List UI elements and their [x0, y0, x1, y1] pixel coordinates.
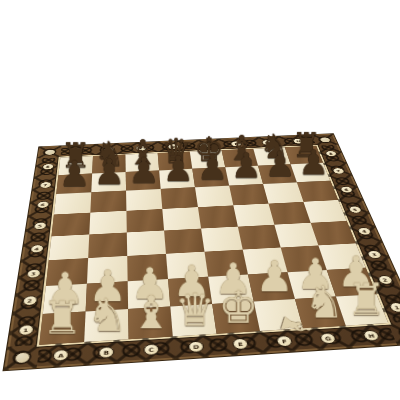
rank-label-cell-6: 6	[330, 180, 362, 201]
file-label-c: C	[143, 343, 159, 355]
rank-label-3: 3	[25, 269, 40, 279]
rank-label-cell-1: 1	[8, 314, 43, 347]
file-label-cell-a: A	[37, 342, 84, 368]
rank-label-cell-7: 7	[32, 175, 59, 195]
rank-label-4: 4	[356, 227, 372, 236]
piece-white-king[interactable]: ♚	[218, 285, 258, 330]
board-frame: ABCDEFGH 87654321 ♜♞♝♛♚♝♞♜♟♟♟♟♟♟♟♟♟♟♟♟♟♟…	[2, 133, 400, 371]
piece-white-knight[interactable]: ♞	[304, 280, 344, 324]
square-f5[interactable]	[233, 204, 274, 227]
piece-white-bishop[interactable]: ♝	[130, 290, 170, 335]
square-f6[interactable]	[229, 184, 268, 205]
piece-black-pawn[interactable]: ♟	[93, 154, 125, 189]
square-c7[interactable]: ♟	[126, 170, 161, 190]
square-d6[interactable]	[161, 187, 198, 209]
rank-label-1: 1	[387, 302, 400, 313]
file-label-cell-c: C	[129, 336, 175, 362]
square-c4[interactable]	[127, 230, 166, 255]
file-label-cell-b: B	[83, 339, 129, 365]
file-label-cell-d: D	[173, 334, 220, 360]
rank-label-cell-2: 2	[12, 286, 45, 316]
rank-label-5: 5	[33, 222, 47, 230]
square-a6[interactable]	[54, 192, 91, 214]
file-label-e: E	[232, 337, 250, 349]
piece-white-rook[interactable]: ♜	[346, 278, 386, 322]
square-g1[interactable]: ♞	[295, 297, 346, 329]
square-a1[interactable]: ♜	[39, 312, 85, 345]
square-a5[interactable]	[51, 213, 90, 237]
square-d7[interactable]: ♟	[159, 169, 195, 189]
corner-dot	[44, 149, 56, 155]
chess-board-3d: ABCDEFGH 87654321 ♜♞♝♛♚♝♞♜♟♟♟♟♟♟♟♟♟♟♟♟♟♟…	[3, 133, 400, 369]
piece-black-pawn[interactable]: ♟	[264, 147, 295, 182]
piece-white-queen[interactable]: ♛	[174, 288, 214, 333]
file-label-d: D	[188, 340, 205, 352]
rank-label-6: 6	[339, 186, 354, 193]
file-label-b: B	[98, 346, 114, 359]
rank-label-cell-6: 6	[28, 194, 56, 216]
square-f4[interactable]	[238, 225, 281, 250]
square-a7[interactable]: ♟	[56, 174, 92, 195]
square-d1[interactable]: ♛	[170, 304, 216, 337]
file-label-cell-g: G	[303, 326, 353, 351]
square-e1[interactable]: ♚	[212, 302, 260, 334]
square-g7[interactable]: ♟	[258, 164, 297, 184]
square-b4[interactable]	[88, 232, 127, 258]
corner-dot	[13, 351, 31, 364]
piece-white-pawn[interactable]: ♟	[255, 255, 293, 298]
rank-label-4: 4	[29, 244, 44, 253]
square-d5[interactable]	[162, 207, 201, 230]
rank-label-5: 5	[347, 206, 362, 214]
file-label-f: F	[275, 335, 293, 347]
square-e7[interactable]: ♟	[192, 167, 229, 187]
square-h7[interactable]: ♟	[291, 163, 331, 183]
square-b7[interactable]: ♟	[91, 172, 126, 192]
rank-label-7: 7	[331, 168, 345, 175]
rank-label-cell-5: 5	[25, 214, 54, 237]
rank-label-1: 1	[17, 324, 34, 336]
rank-label-8: 8	[41, 163, 54, 170]
rank-label-7: 7	[39, 181, 52, 188]
piece-white-rook[interactable]: ♜	[42, 295, 83, 340]
square-a4[interactable]	[49, 234, 89, 260]
square-c1[interactable]: ♝	[128, 306, 173, 339]
piece-black-pawn[interactable]: ♟	[230, 148, 261, 183]
square-e6[interactable]	[195, 186, 233, 208]
file-label-a: A	[52, 349, 69, 362]
square-g4[interactable]	[274, 223, 318, 248]
square-b6[interactable]	[90, 191, 126, 213]
rank-label-6: 6	[36, 201, 50, 209]
rank-label-2: 2	[21, 295, 37, 306]
square-e4[interactable]	[201, 227, 243, 252]
rank-label-cell-4: 4	[21, 236, 51, 261]
square-c6[interactable]	[126, 189, 162, 211]
square-e5[interactable]	[198, 205, 238, 228]
square-f7[interactable]: ♟	[225, 166, 263, 186]
piece-black-pawn[interactable]: ♟	[196, 150, 228, 185]
square-c5[interactable]	[126, 209, 164, 233]
square-d4[interactable]	[164, 229, 204, 254]
file-label-cell-e: E	[217, 331, 265, 356]
piece-black-pawn[interactable]: ♟	[58, 156, 90, 192]
rank-label-cell-8: 8	[35, 157, 61, 176]
piece-black-pawn[interactable]: ♟	[162, 151, 194, 186]
frame-corner-bottom-left	[4, 345, 39, 370]
square-b5[interactable]	[89, 211, 127, 235]
piece-black-pawn[interactable]: ♟	[127, 153, 159, 188]
square-b1[interactable]: ♞	[84, 309, 128, 342]
file-label-g: G	[319, 332, 338, 344]
piece-black-pawn[interactable]: ♟	[297, 145, 328, 180]
file-label-cell-f: F	[260, 328, 309, 353]
square-f1[interactable]: ♝	[254, 299, 303, 331]
file-label-cell-h: H	[346, 323, 397, 348]
photo-scene: ABCDEFGH 87654321 ♜♞♝♛♚♝♞♜♟♟♟♟♟♟♟♟♟♟♟♟♟♟…	[0, 0, 400, 400]
file-label-h: H	[362, 329, 381, 341]
rank-label-cell-3: 3	[17, 260, 49, 287]
piece-white-knight[interactable]: ♞	[86, 293, 127, 338]
